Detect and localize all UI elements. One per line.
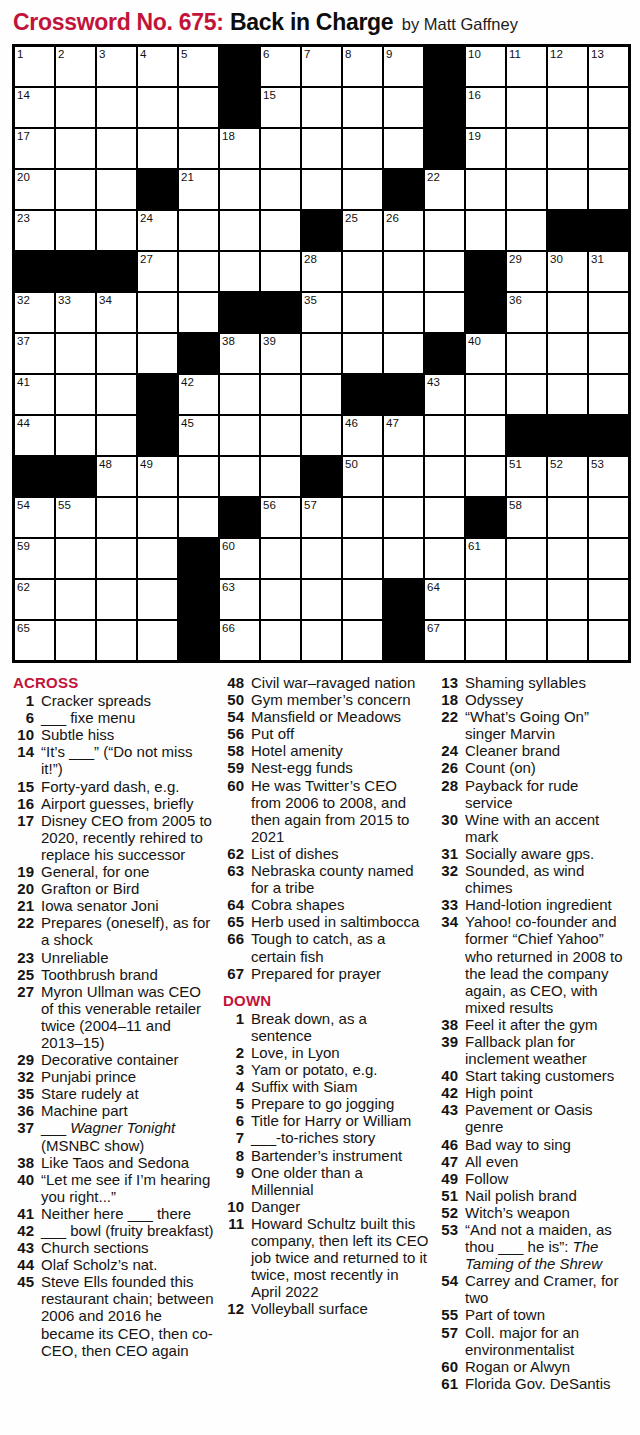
grid-cell[interactable] [97, 88, 136, 127]
grid-cell[interactable]: 55 [56, 498, 95, 537]
grid-cell[interactable] [97, 416, 136, 455]
grid-cell-black [589, 211, 628, 250]
grid-cell[interactable] [384, 457, 423, 496]
cell-number: 1 [17, 47, 23, 61]
grid-cell[interactable] [425, 416, 464, 455]
clue-text: Put off [251, 725, 294, 742]
grid-cell[interactable] [179, 498, 218, 537]
grid-cell[interactable]: 37 [15, 334, 54, 373]
grid-cell[interactable]: 43 [425, 375, 464, 414]
clue-text: Punjabi prince [41, 1068, 136, 1085]
grid-cell[interactable]: 2 [56, 47, 95, 86]
grid-cell[interactable] [302, 88, 341, 127]
grid-cell-black [179, 580, 218, 619]
grid-cell[interactable] [261, 375, 300, 414]
clue-text: ___ bowl (fruity breakfast) [41, 1222, 214, 1239]
grid-cell[interactable]: 29 [507, 252, 546, 291]
across-header: ACROSS [13, 674, 215, 691]
clue-number: 53 [437, 1221, 458, 1272]
grid-cell[interactable] [384, 498, 423, 537]
grid-cell[interactable]: 32 [15, 293, 54, 332]
grid-cell[interactable] [97, 211, 136, 250]
clue-item: 4Suffix with Siam [223, 1078, 429, 1095]
clue-number: 47 [437, 1153, 458, 1170]
grid-cell[interactable] [97, 334, 136, 373]
grid-cell[interactable]: 11 [507, 47, 546, 86]
cell-number: 30 [550, 252, 563, 266]
grid-cell[interactable]: 14 [15, 88, 54, 127]
grid-cell[interactable] [548, 498, 587, 537]
grid-cell[interactable] [261, 170, 300, 209]
grid-cell[interactable]: 58 [507, 498, 546, 537]
cell-number: 22 [427, 170, 440, 184]
grid-cell[interactable] [56, 416, 95, 455]
grid-cell[interactable] [56, 580, 95, 619]
clue-number: 5 [223, 1095, 244, 1112]
clue-number: 4 [223, 1078, 244, 1095]
cell-number: 51 [509, 457, 522, 471]
grid-cell[interactable]: 65 [15, 621, 54, 660]
clue-item: 40“Let me see if I’m hearing you right..… [13, 1171, 215, 1205]
grid-cell[interactable]: 54 [15, 498, 54, 537]
grid-cell[interactable] [548, 334, 587, 373]
clue-number: 11 [223, 1215, 244, 1300]
grid-cell[interactable] [138, 88, 177, 127]
clue-number: 67 [223, 965, 244, 982]
grid-cell[interactable]: 33 [56, 293, 95, 332]
grid-cell[interactable] [548, 293, 587, 332]
grid-cell[interactable] [343, 252, 382, 291]
clue-item: 35Stare rudely at [13, 1085, 215, 1102]
grid-cell[interactable] [466, 580, 505, 619]
grid-cell[interactable] [425, 539, 464, 578]
grid-cell-black [220, 498, 259, 537]
grid-cell-black [507, 416, 546, 455]
grid-cell[interactable] [138, 580, 177, 619]
clue-item: 22“What’s Going On” singer Marvin [437, 708, 627, 742]
grid-cell[interactable]: 15 [261, 88, 300, 127]
clue-item: 6___ fixe menu [13, 709, 215, 726]
grid-cell[interactable] [343, 293, 382, 332]
grid-cell[interactable] [384, 88, 423, 127]
grid-cell[interactable] [507, 375, 546, 414]
grid-cell[interactable]: 42 [179, 375, 218, 414]
clue-number: 1 [13, 692, 34, 709]
grid-cell[interactable]: 3 [97, 47, 136, 86]
clue-text: Howard Schultz built this company, then … [251, 1215, 429, 1300]
grid-cell[interactable] [548, 539, 587, 578]
grid-cell[interactable]: 16 [466, 88, 505, 127]
grid-cell[interactable]: 56 [261, 498, 300, 537]
grid-cell[interactable]: 17 [15, 129, 54, 168]
clue-text: Fallback plan for inclement weather [465, 1033, 627, 1067]
grid-cell[interactable] [343, 129, 382, 168]
clue-item: 65Herb used in saltimbocca [223, 913, 429, 930]
grid-cell[interactable] [138, 539, 177, 578]
grid-cell[interactable] [179, 252, 218, 291]
grid-cell[interactable] [343, 539, 382, 578]
grid-cell-black [384, 580, 423, 619]
clue-text: Follow [465, 1170, 508, 1187]
clue-text: Payback for rude service [465, 777, 627, 811]
grid-cell[interactable] [548, 580, 587, 619]
clue-number: 42 [13, 1222, 34, 1239]
grid-cell[interactable] [302, 334, 341, 373]
grid-cell[interactable] [589, 88, 628, 127]
grid-cell-black [384, 375, 423, 414]
grid-cell[interactable] [179, 293, 218, 332]
grid-cell-black [138, 375, 177, 414]
grid-cell[interactable]: 20 [15, 170, 54, 209]
cell-number: 15 [263, 88, 276, 102]
grid-cell[interactable]: 23 [15, 211, 54, 250]
grid-cell[interactable] [548, 170, 587, 209]
clue-number: 19 [13, 863, 34, 880]
grid-cell[interactable] [97, 375, 136, 414]
grid-cell[interactable] [261, 539, 300, 578]
grid-cell[interactable] [548, 88, 587, 127]
clue-item: 25Toothbrush brand [13, 966, 215, 983]
clue-number: 20 [13, 880, 34, 897]
clue-text: Danger [251, 1198, 300, 1215]
grid-cell[interactable]: 13 [589, 47, 628, 86]
grid-cell[interactable] [261, 416, 300, 455]
grid-cell[interactable]: 52 [548, 457, 587, 496]
grid-cell[interactable]: 44 [15, 416, 54, 455]
grid-cell[interactable] [56, 88, 95, 127]
grid-cell[interactable]: 30 [548, 252, 587, 291]
grid-cell[interactable] [425, 457, 464, 496]
grid-cell[interactable] [56, 334, 95, 373]
grid-cell[interactable] [261, 252, 300, 291]
grid-cell[interactable]: 35 [302, 293, 341, 332]
grid-cell[interactable] [261, 457, 300, 496]
grid-cell[interactable] [343, 580, 382, 619]
grid-cell[interactable] [466, 211, 505, 250]
grid-cell[interactable] [589, 334, 628, 373]
grid-cell[interactable]: 25 [343, 211, 382, 250]
grid-cell[interactable] [384, 539, 423, 578]
cell-number: 48 [99, 457, 112, 471]
clue-number: 55 [437, 1306, 458, 1323]
grid-cell[interactable]: 45 [179, 416, 218, 455]
grid-cell[interactable] [97, 539, 136, 578]
grid-cell[interactable] [220, 457, 259, 496]
clue-number: 6 [223, 1112, 244, 1129]
grid-cell[interactable] [97, 498, 136, 537]
grid-cell[interactable] [384, 252, 423, 291]
grid-cell[interactable]: 59 [15, 539, 54, 578]
clue-item: 51Nail polish brand [437, 1187, 627, 1204]
clue-text: “And not a maiden, as thou ___ he is”: T… [465, 1221, 627, 1272]
grid-cell[interactable] [507, 580, 546, 619]
clue-number: 37 [13, 1119, 34, 1153]
grid-cell[interactable]: 21 [179, 170, 218, 209]
clue-item: 3Yam or potato, e.g. [223, 1061, 429, 1078]
grid-cell[interactable]: 47 [384, 416, 423, 455]
grid-cell[interactable] [302, 416, 341, 455]
grid-cell[interactable]: 41 [15, 375, 54, 414]
grid-cell-black [425, 47, 464, 86]
grid-cell[interactable] [425, 211, 464, 250]
grid-cell[interactable] [548, 621, 587, 660]
clue-number: 10 [223, 1198, 244, 1215]
grid-cell[interactable] [425, 252, 464, 291]
grid-cell[interactable] [302, 580, 341, 619]
grid-cell[interactable]: 64 [425, 580, 464, 619]
grid-cell-black [548, 416, 587, 455]
grid-cell[interactable] [138, 334, 177, 373]
grid-cell[interactable] [302, 621, 341, 660]
grid-cell[interactable] [507, 334, 546, 373]
grid-cell[interactable] [589, 498, 628, 537]
grid-cell[interactable] [179, 88, 218, 127]
clue-number: 56 [223, 725, 244, 742]
grid-cell[interactable] [56, 170, 95, 209]
grid-cell[interactable]: 24 [138, 211, 177, 250]
clue-item: 55Part of town [437, 1306, 627, 1323]
grid-cell[interactable] [56, 211, 95, 250]
grid-cell[interactable] [589, 170, 628, 209]
grid-cell[interactable] [56, 621, 95, 660]
grid-cell[interactable] [220, 416, 259, 455]
grid-cell[interactable] [138, 293, 177, 332]
clue-number: 33 [437, 896, 458, 913]
grid-cell[interactable]: 8 [343, 47, 382, 86]
grid-cell[interactable]: 53 [589, 457, 628, 496]
grid-cell[interactable] [466, 375, 505, 414]
grid-cell[interactable] [507, 129, 546, 168]
clue-text: He was Twitter’s CEO from 2006 to 2008, … [251, 777, 429, 845]
grid-cell[interactable]: 6 [261, 47, 300, 86]
grid-cell[interactable] [97, 621, 136, 660]
grid-cell[interactable] [56, 129, 95, 168]
grid-cell[interactable] [507, 211, 546, 250]
grid-cell[interactable] [589, 293, 628, 332]
grid-cell[interactable] [261, 211, 300, 250]
clue-item: 27Myron Ullman was CEO of this venerable… [13, 983, 215, 1051]
grid-cell[interactable] [343, 334, 382, 373]
clue-item: 43Church sections [13, 1239, 215, 1256]
clue-number: 61 [437, 1375, 458, 1392]
clue-text: Herb used in saltimbocca [251, 913, 419, 930]
clue-item: 66Tough to catch, as a certain fish [223, 930, 429, 964]
grid-cell[interactable]: 49 [138, 457, 177, 496]
grid-cell[interactable] [384, 293, 423, 332]
grid-cell[interactable]: 38 [220, 334, 259, 373]
grid-cell[interactable]: 12 [548, 47, 587, 86]
cell-number: 7 [304, 47, 310, 61]
cell-number: 28 [304, 252, 317, 266]
grid-cell[interactable] [589, 539, 628, 578]
grid-cell[interactable] [138, 498, 177, 537]
grid-cell[interactable] [507, 539, 546, 578]
grid-cell[interactable]: 9 [384, 47, 423, 86]
grid-cell[interactable] [302, 375, 341, 414]
grid-cell[interactable] [589, 129, 628, 168]
grid-cell-black [56, 252, 95, 291]
grid-cell[interactable]: 66 [220, 621, 259, 660]
grid-cell-black [343, 375, 382, 414]
grid-cell[interactable]: 48 [97, 457, 136, 496]
grid-cell[interactable] [466, 170, 505, 209]
grid-cell[interactable] [466, 416, 505, 455]
clue-text: Wine with an accent mark [465, 811, 627, 845]
grid-cell[interactable] [220, 252, 259, 291]
grid-cell[interactable] [548, 375, 587, 414]
grid-cell[interactable] [589, 375, 628, 414]
grid-cell[interactable]: 61 [466, 539, 505, 578]
clue-item: 15Forty-yard dash, e.g. [13, 778, 215, 795]
cell-number: 59 [17, 539, 30, 553]
clue-item: 57Coll. major for an environmentalist [437, 1324, 627, 1358]
grid-cell-black [302, 457, 341, 496]
cell-number: 6 [263, 47, 269, 61]
grid-cell[interactable] [97, 580, 136, 619]
grid-cell[interactable] [384, 129, 423, 168]
cell-number: 52 [550, 457, 563, 471]
grid-cell[interactable]: 57 [302, 498, 341, 537]
grid-cell[interactable] [466, 621, 505, 660]
grid-cell[interactable] [138, 129, 177, 168]
cell-number: 12 [550, 47, 563, 61]
grid-cell[interactable] [343, 88, 382, 127]
clue-text: Count (on) [465, 759, 536, 776]
cell-number: 14 [17, 88, 30, 102]
clue-number: 62 [223, 845, 244, 862]
clue-number: 60 [437, 1358, 458, 1375]
grid-cell[interactable]: 62 [15, 580, 54, 619]
clue-number: 30 [437, 811, 458, 845]
grid-cell[interactable]: 7 [302, 47, 341, 86]
grid-cell[interactable] [261, 129, 300, 168]
clue-number: 49 [437, 1170, 458, 1187]
grid-cell[interactable] [97, 129, 136, 168]
grid-cell[interactable] [425, 498, 464, 537]
grid-cell[interactable] [261, 621, 300, 660]
grid-cell[interactable] [425, 293, 464, 332]
grid-cell[interactable] [179, 129, 218, 168]
grid-cell[interactable] [302, 170, 341, 209]
clue-text: Nail polish brand [465, 1187, 577, 1204]
grid-cell[interactable]: 27 [138, 252, 177, 291]
clue-item: 21Iowa senator Joni [13, 897, 215, 914]
grid-cell-black [466, 252, 505, 291]
clue-text: Volleyball surface [251, 1300, 368, 1317]
grid-cell[interactable]: 28 [302, 252, 341, 291]
grid-cell[interactable] [466, 457, 505, 496]
cell-number: 44 [17, 416, 30, 430]
cell-number: 54 [17, 498, 30, 512]
grid-cell[interactable] [589, 580, 628, 619]
grid-cell[interactable]: 39 [261, 334, 300, 373]
grid-cell[interactable]: 34 [97, 293, 136, 332]
grid-cell[interactable]: 1 [15, 47, 54, 86]
grid-cell[interactable]: 18 [220, 129, 259, 168]
grid-cell[interactable]: 31 [589, 252, 628, 291]
clue-text: Disney CEO from 2005 to 2020, recently r… [41, 812, 215, 863]
clue-item: 38Feel it after the gym [437, 1016, 627, 1033]
clue-number: 34 [437, 913, 458, 1016]
clue-item: 19General, for one [13, 863, 215, 880]
grid-cell[interactable] [179, 457, 218, 496]
grid-cell[interactable] [179, 211, 218, 250]
clue-text: Love, in Lyon [251, 1044, 340, 1061]
cell-number: 39 [263, 334, 276, 348]
clue-item: 31Socially aware gps. [437, 845, 627, 862]
clue-text: Break down, as a sentence [251, 1010, 429, 1044]
grid-cell[interactable] [589, 621, 628, 660]
grid-cell[interactable]: 5 [179, 47, 218, 86]
clue-number: 6 [13, 709, 34, 726]
grid-cell[interactable] [56, 375, 95, 414]
grid-cell[interactable]: 46 [343, 416, 382, 455]
grid-cell[interactable]: 36 [507, 293, 546, 332]
grid-cell[interactable] [507, 621, 546, 660]
grid-cell[interactable] [302, 539, 341, 578]
grid-cell[interactable] [220, 375, 259, 414]
grid-cell[interactable] [261, 580, 300, 619]
grid-cell[interactable] [343, 170, 382, 209]
grid-cell[interactable]: 10 [466, 47, 505, 86]
clue-column-2: 48Civil war–ravaged nation50Gym member’s… [223, 674, 429, 1392]
clue-text: ___ fixe menu [41, 709, 135, 726]
grid-cell[interactable]: 40 [466, 334, 505, 373]
grid-cell[interactable] [97, 170, 136, 209]
clue-item: 22Prepares (oneself), as for a shock [13, 914, 215, 948]
clue-item: 13Shaming syllables [437, 674, 627, 691]
cell-number: 29 [509, 252, 522, 266]
grid-cell-black [384, 621, 423, 660]
cell-number: 13 [591, 47, 604, 61]
grid-cell-black [220, 293, 259, 332]
grid-cell[interactable] [220, 170, 259, 209]
clue-text: Title for Harry or William [251, 1112, 411, 1129]
grid-cell[interactable] [220, 211, 259, 250]
clue-item: 1Break down, as a sentence [223, 1010, 429, 1044]
grid-cell[interactable] [343, 621, 382, 660]
clue-item: 17Disney CEO from 2005 to 2020, recently… [13, 812, 215, 863]
grid-cell[interactable] [343, 498, 382, 537]
cell-number: 53 [591, 457, 604, 471]
grid-cell[interactable]: 50 [343, 457, 382, 496]
grid-cell[interactable] [507, 170, 546, 209]
clue-text: Stare rudely at [41, 1085, 139, 1102]
grid-cell[interactable]: 19 [466, 129, 505, 168]
grid-cell[interactable] [302, 129, 341, 168]
grid-cell[interactable]: 63 [220, 580, 259, 619]
grid-cell[interactable] [138, 621, 177, 660]
grid-cell[interactable]: 26 [384, 211, 423, 250]
clue-number: 32 [437, 862, 458, 896]
grid-cell[interactable] [56, 539, 95, 578]
clue-item: 41Neither here ___ there [13, 1205, 215, 1222]
clue-item: 6Title for Harry or William [223, 1112, 429, 1129]
cell-number: 4 [140, 47, 146, 61]
grid-cell[interactable]: 51 [507, 457, 546, 496]
clue-number: 29 [13, 1051, 34, 1068]
clue-item: 60Rogan or Alwyn [437, 1358, 627, 1375]
grid-cell[interactable] [384, 334, 423, 373]
clue-column-1: ACROSS1Cracker spreads6___ fixe menu10Su… [13, 674, 215, 1392]
grid-cell[interactable]: 4 [138, 47, 177, 86]
grid-cell[interactable]: 67 [425, 621, 464, 660]
grid-cell[interactable] [507, 88, 546, 127]
grid-cell[interactable]: 60 [220, 539, 259, 578]
grid-cell[interactable] [548, 129, 587, 168]
grid-cell[interactable]: 22 [425, 170, 464, 209]
clue-number: 16 [13, 795, 34, 812]
